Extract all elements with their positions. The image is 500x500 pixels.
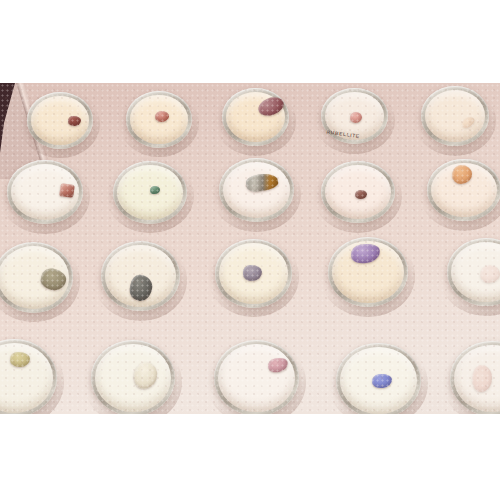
specimen-cup-r1c1: [27, 92, 93, 149]
specimen-cup-r1c5: [421, 86, 489, 146]
photo: RUBELLITE: [0, 83, 500, 414]
specimen-cup-r4c3: [214, 340, 299, 414]
wax-pad-r4c3: [218, 344, 295, 412]
wax-pad-r1c5: [425, 90, 485, 142]
screenshot: RUBELLITE: [0, 0, 500, 500]
gem-r2c1: [59, 183, 75, 198]
